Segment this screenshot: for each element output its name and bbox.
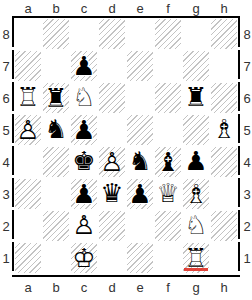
square-e3[interactable]: ♟ [126, 178, 154, 210]
square-h4[interactable] [210, 146, 238, 178]
piece-black-rook: ♜ [182, 82, 210, 114]
piece-outline-layer: ♔ [71, 243, 97, 273]
file-label-h: h [210, 279, 238, 297]
square-h1[interactable] [210, 242, 238, 274]
square-b4[interactable] [42, 146, 70, 178]
square-g3[interactable]: ♝♗ [182, 178, 210, 210]
piece-glyph: ♜ [43, 83, 69, 113]
rank-label-1: 1 [0, 242, 12, 274]
piece-white-pawn: ♟♙ [15, 115, 41, 145]
square-d6[interactable] [98, 82, 126, 114]
file-label-g: g [182, 279, 210, 297]
piece-outline-layer: ♖ [14, 82, 42, 114]
square-b1[interactable] [42, 242, 70, 274]
piece-glyph: ♛ [98, 178, 126, 210]
rank-label-3: 3 [0, 178, 12, 210]
piece-black-pawn: ♟ [182, 146, 210, 178]
piece-black-pawn: ♟ [71, 179, 97, 209]
file-label-f: f [154, 279, 182, 297]
piece-white-knight: ♞♘ [182, 210, 210, 242]
piece-black-knight: ♞ [42, 114, 70, 146]
square-c6[interactable]: ♞♘ [70, 82, 98, 114]
rank-label-1: 1 [241, 242, 252, 274]
file-label-c: c [70, 279, 98, 297]
piece-glyph: ♟ [71, 51, 97, 81]
square-d1[interactable] [98, 242, 126, 274]
piece-glyph: ♞ [42, 114, 70, 146]
square-e6[interactable] [126, 82, 154, 114]
piece-fill-layer: ♟ [99, 147, 125, 177]
piece-outline-layer: ♕ [154, 178, 182, 210]
piece-white-rook: ♜♖ [14, 82, 42, 114]
annotation-red-underline [184, 268, 208, 271]
square-c5[interactable]: ♟ [70, 114, 98, 146]
piece-black-knight: ♞ [126, 146, 154, 178]
square-g2[interactable]: ♞♘ [182, 210, 210, 242]
square-h2[interactable] [210, 210, 238, 242]
piece-glyph: ♞ [126, 146, 154, 178]
square-h6[interactable] [210, 82, 238, 114]
piece-black-pawn: ♟ [127, 179, 153, 209]
square-b6[interactable]: ♜ [42, 82, 70, 114]
piece-black-queen: ♛ [98, 178, 126, 210]
piece-fill-layer: ♝ [183, 179, 209, 209]
file-label-a: a [14, 279, 42, 297]
piece-black-pawn: ♟ [71, 115, 97, 145]
piece-white-queen: ♛♕ [154, 178, 182, 210]
square-e1[interactable] [126, 242, 154, 274]
square-d5[interactable] [98, 114, 126, 146]
square-b8[interactable] [42, 18, 70, 50]
piece-black-bishop: ♝ [155, 147, 181, 177]
square-c8[interactable] [70, 18, 98, 50]
piece-black-king: ♚ [70, 146, 98, 178]
square-f2[interactable] [154, 210, 182, 242]
piece-glyph: ♟ [71, 179, 97, 209]
square-b7[interactable] [42, 50, 70, 82]
square-b3[interactable] [42, 178, 70, 210]
piece-fill-layer: ♞ [70, 82, 98, 114]
piece-white-pawn: ♟♙ [99, 147, 125, 177]
file-label-h: h [210, 0, 238, 17]
square-h5[interactable]: ♝♗ [210, 114, 238, 146]
square-a8[interactable] [14, 18, 42, 50]
square-c1[interactable]: ♚♔ [70, 242, 98, 274]
piece-glyph: ♚ [70, 146, 98, 178]
piece-white-knight: ♞♘ [70, 82, 98, 114]
square-f7[interactable] [154, 50, 182, 82]
piece-glyph: ♜ [182, 82, 210, 114]
square-b5[interactable]: ♞ [42, 114, 70, 146]
square-a5[interactable]: ♟♙ [14, 114, 42, 146]
square-e7[interactable] [126, 50, 154, 82]
rank-label-7: 7 [0, 50, 12, 82]
rank-labels-right: 87654321 [241, 18, 252, 274]
piece-outline-layer: ♘ [70, 82, 98, 114]
rank-label-8: 8 [0, 18, 12, 50]
square-a4[interactable] [14, 146, 42, 178]
piece-fill-layer: ♝ [210, 114, 238, 146]
piece-fill-layer: ♞ [182, 210, 210, 242]
rank-labels-left: 87654321 [0, 18, 12, 274]
square-a7[interactable] [14, 50, 42, 82]
rank-label-5: 5 [0, 114, 12, 146]
file-label-c: c [70, 0, 98, 17]
square-f8[interactable] [154, 18, 182, 50]
square-h3[interactable] [210, 178, 238, 210]
piece-outline-layer: ♗ [210, 114, 238, 146]
square-f5[interactable] [154, 114, 182, 146]
piece-glyph: ♟ [127, 179, 153, 209]
piece-outline-layer: ♗ [183, 179, 209, 209]
square-g6[interactable]: ♜ [182, 82, 210, 114]
square-f1[interactable] [154, 242, 182, 274]
piece-black-rook: ♜ [43, 83, 69, 113]
square-e5[interactable] [126, 114, 154, 146]
piece-outline-layer: ♙ [99, 147, 125, 177]
square-f4[interactable]: ♝ [154, 146, 182, 178]
square-g4[interactable]: ♟ [182, 146, 210, 178]
square-f3[interactable]: ♛♕ [154, 178, 182, 210]
square-c7[interactable]: ♟ [70, 50, 98, 82]
rank-label-6: 6 [241, 82, 252, 114]
piece-white-king: ♚♔ [71, 243, 97, 273]
file-label-e: e [126, 0, 154, 17]
rank-label-4: 4 [241, 146, 252, 178]
piece-fill-layer: ♜ [14, 82, 42, 114]
square-a2[interactable] [14, 210, 42, 242]
piece-outline-layer: ♙ [70, 210, 98, 242]
file-label-d: d [98, 0, 126, 17]
square-g1[interactable]: ♜♖ [182, 242, 210, 274]
piece-fill-layer: ♚ [71, 243, 97, 273]
piece-fill-layer: ♟ [15, 115, 41, 145]
square-h7[interactable] [210, 50, 238, 82]
rank-label-5: 5 [241, 114, 252, 146]
piece-white-bishop: ♝♗ [183, 179, 209, 209]
square-d4[interactable]: ♟♙ [98, 146, 126, 178]
file-label-d: d [98, 279, 126, 297]
file-labels-top: abcdefgh [14, 0, 238, 16]
square-a1[interactable] [14, 242, 42, 274]
rank-label-3: 3 [241, 178, 252, 210]
rank-label-6: 6 [0, 82, 12, 114]
square-h8[interactable] [210, 18, 238, 50]
rank-label-2: 2 [241, 210, 252, 242]
square-c4[interactable]: ♚ [70, 146, 98, 178]
square-a6[interactable]: ♜♖ [14, 82, 42, 114]
square-b2[interactable] [42, 210, 70, 242]
file-label-b: b [42, 279, 70, 297]
rank-label-4: 4 [0, 146, 12, 178]
square-g8[interactable] [182, 18, 210, 50]
file-label-e: e [126, 279, 154, 297]
file-label-f: f [154, 0, 182, 17]
rank-label-2: 2 [0, 210, 12, 242]
piece-glyph: ♟ [71, 115, 97, 145]
square-e8[interactable] [126, 18, 154, 50]
piece-outline-layer: ♙ [15, 115, 41, 145]
file-labels-bottom: abcdefgh [14, 279, 238, 297]
piece-glyph: ♟ [182, 146, 210, 178]
square-c3[interactable]: ♟ [70, 178, 98, 210]
piece-glyph: ♝ [155, 147, 181, 177]
chess-board: ♟♜♖♜♞♘♜♟♙♞♟♝♗♚♟♙♞♝♟♟♛♟♛♕♝♗♟♙♞♘♚♔♜♖ [14, 18, 238, 274]
square-c2[interactable]: ♟♙ [70, 210, 98, 242]
piece-fill-layer: ♛ [154, 178, 182, 210]
square-a3[interactable] [14, 178, 42, 210]
board-border-bottom [12, 275, 240, 277]
piece-black-pawn: ♟ [71, 51, 97, 81]
piece-white-bishop: ♝♗ [210, 114, 238, 146]
piece-outline-layer: ♘ [182, 210, 210, 242]
rank-label-8: 8 [241, 18, 252, 50]
rank-label-7: 7 [241, 50, 252, 82]
file-label-g: g [182, 0, 210, 17]
square-d7[interactable] [98, 50, 126, 82]
file-label-a: a [14, 0, 42, 17]
square-e4[interactable]: ♞ [126, 146, 154, 178]
square-d2[interactable] [98, 210, 126, 242]
square-d3[interactable]: ♛ [98, 178, 126, 210]
chess-board-diagram: abcdefgh 87654321 87654321 ♟♜♖♜♞♘♜♟♙♞♟♝♗… [0, 0, 252, 300]
file-label-b: b [42, 0, 70, 17]
square-f6[interactable] [154, 82, 182, 114]
piece-fill-layer: ♟ [70, 210, 98, 242]
board-border-right [238, 18, 240, 274]
square-e2[interactable] [126, 210, 154, 242]
square-d8[interactable] [98, 18, 126, 50]
piece-white-pawn: ♟♙ [70, 210, 98, 242]
square-g7[interactable] [182, 50, 210, 82]
square-g5[interactable] [182, 114, 210, 146]
